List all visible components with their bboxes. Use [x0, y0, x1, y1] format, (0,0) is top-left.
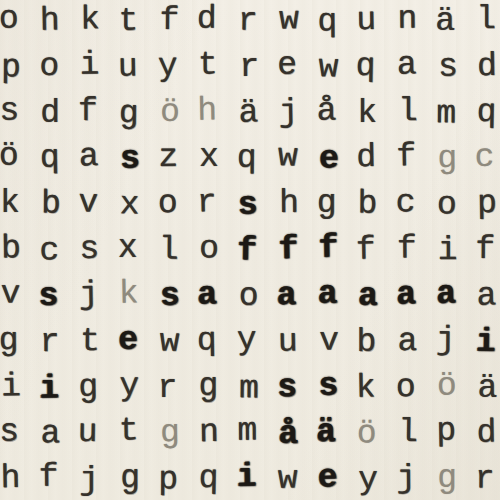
- grid-cell: t: [108, 0, 148, 45]
- grid-cell: e: [307, 455, 347, 500]
- grid-cell: f: [308, 225, 348, 272]
- grid-cell: ö: [0, 134, 29, 180]
- grid-cell: q: [227, 136, 267, 182]
- grid-cell: w: [308, 45, 348, 91]
- grid-cell: u: [68, 410, 108, 456]
- grid-cell: k: [109, 271, 149, 317]
- grid-cell: f: [268, 227, 308, 274]
- grid-cell: ä: [306, 410, 346, 456]
- grid-cell: h: [187, 88, 227, 135]
- grid-cell: a: [426, 271, 466, 317]
- typewriter-paper-background: ohktfdrwqunälpoiuytrewqasdsdfgöhäjåklmqö…: [0, 0, 500, 500]
- grid-cell: ö: [426, 363, 466, 409]
- grid-cell: r: [229, 45, 269, 91]
- grid-cell: c: [29, 228, 69, 274]
- grid-cell: s: [110, 137, 150, 183]
- grid-cell: g: [150, 411, 190, 457]
- grid-cell: j: [69, 457, 109, 500]
- grid-cell: c: [385, 180, 425, 226]
- grid-cell: j: [268, 89, 308, 136]
- grid-cell: ö: [150, 89, 190, 136]
- grid-cell: d: [467, 411, 500, 457]
- grid-cell: j: [425, 317, 465, 363]
- grid-cell: y: [147, 43, 187, 89]
- grid-cell: a: [266, 273, 306, 319]
- grid-cell: v: [0, 271, 30, 317]
- grid-cell: q: [307, 0, 347, 45]
- grid-cell: g: [427, 137, 467, 183]
- grid-cell: r: [228, 0, 268, 45]
- grid-cell: e: [308, 137, 348, 183]
- grid-cell: u: [346, 0, 386, 44]
- grid-cell: w: [267, 457, 307, 500]
- grid-cell: f: [346, 227, 386, 274]
- grid-cell: s: [150, 273, 190, 319]
- grid-cell: r: [465, 457, 500, 500]
- grid-cell: r: [148, 365, 188, 411]
- grid-cell: e: [267, 43, 307, 89]
- grid-cell: q: [29, 136, 69, 182]
- grid-cell: a: [348, 273, 388, 319]
- grid-cell: t: [109, 409, 149, 455]
- grid-cell: p: [0, 45, 31, 91]
- grid-cell: q: [346, 43, 386, 89]
- grid-cell: e: [108, 317, 148, 363]
- grid-cell: h: [29, 0, 69, 45]
- grid-cell: h: [0, 456, 31, 500]
- grid-cell: q: [189, 456, 229, 500]
- grid-cell: x: [189, 134, 229, 180]
- grid-cell: k: [347, 90, 387, 136]
- grid-cell: m: [227, 409, 267, 455]
- grid-cell: y: [227, 317, 267, 363]
- grid-cell: g: [427, 455, 467, 500]
- grid-cell: s: [0, 88, 29, 134]
- grid-cell: h: [269, 181, 309, 227]
- grid-cell: j: [386, 456, 426, 500]
- grid-cell: f: [465, 227, 500, 273]
- grid-cell: a: [387, 42, 427, 88]
- grid-cell: n: [387, 0, 427, 43]
- grid-cell: i: [29, 366, 69, 412]
- grid-cell: b: [348, 182, 388, 228]
- grid-cell: k: [346, 365, 386, 412]
- grid-cell: m: [229, 366, 269, 412]
- grid-cell: a: [386, 272, 426, 318]
- grid-cell: o: [426, 182, 466, 228]
- grid-cell: s: [28, 273, 68, 319]
- grid-cell: l: [149, 228, 189, 274]
- grid-cell: i: [428, 228, 468, 274]
- grid-cell: q: [187, 318, 227, 364]
- grid-cell: y: [348, 457, 388, 500]
- grid-cell: k: [70, 0, 110, 43]
- grid-cell: g: [188, 364, 228, 410]
- grid-cell: s: [267, 364, 307, 411]
- grid-cell: d: [467, 43, 500, 89]
- grid-cell: d: [30, 90, 70, 136]
- grid-cell: x: [108, 226, 148, 272]
- grid-cell: i: [0, 363, 31, 410]
- grid-cell: ä: [467, 365, 500, 411]
- grid-cell: a: [69, 134, 109, 180]
- grid-cell: o: [385, 364, 425, 411]
- grid-cell: f: [68, 89, 108, 135]
- grid-cell: t: [188, 42, 228, 88]
- grid-cell: p: [148, 457, 188, 500]
- grid-cell: y: [109, 363, 149, 409]
- grid-cell: i: [227, 454, 267, 500]
- grid-cell: å: [306, 88, 346, 134]
- grid-cell: s: [70, 227, 110, 273]
- grid-cell: z: [148, 135, 188, 181]
- grid-cell: c: [465, 135, 500, 181]
- grid-cell: g: [307, 180, 347, 226]
- grid-cell: v: [309, 318, 349, 364]
- grid-cell: w: [267, 134, 307, 180]
- grid-cell: r: [30, 320, 70, 366]
- grid-cell: å: [268, 411, 308, 457]
- grid-cell: u: [107, 44, 147, 90]
- grid-cell: u: [267, 319, 307, 365]
- grid-cell: i: [70, 42, 110, 88]
- grid-cell: a: [30, 412, 70, 458]
- grid-cell: ä: [228, 90, 268, 137]
- grid-cell: p: [426, 409, 466, 455]
- grid-cell: j: [69, 272, 109, 318]
- grid-cell: f: [387, 226, 427, 272]
- grid-cell: k: [0, 180, 30, 226]
- grid-cell: d: [346, 135, 386, 181]
- grid-cell: w: [269, 0, 309, 43]
- grid-cell: r: [187, 180, 227, 226]
- grid-cell: o: [229, 274, 269, 320]
- grid-cell: b: [347, 320, 387, 366]
- grid-cell: n: [189, 410, 229, 456]
- grid-cell: d: [187, 0, 227, 43]
- grid-cell: g: [109, 91, 149, 137]
- grid-cell: w: [149, 319, 189, 365]
- grid-cell: f: [149, 0, 189, 44]
- grid-cell: o: [0, 0, 29, 43]
- grid-cell: b: [31, 182, 71, 228]
- grid-cell: ä: [425, 0, 465, 45]
- grid-cell: ö: [347, 412, 387, 458]
- letter-grid: ohktfdrwqunälpoiuytrewqasdsdfgöhäjåklmqö…: [0, 0, 500, 500]
- grid-cell: x: [109, 182, 149, 228]
- grid-cell: a: [387, 319, 427, 365]
- grid-cell: t: [70, 319, 110, 365]
- grid-cell: g: [68, 364, 108, 411]
- grid-cell: b: [0, 226, 31, 273]
- grid-cell: v: [68, 180, 108, 226]
- grid-cell: o: [189, 226, 229, 273]
- grid-cell: a: [188, 272, 228, 318]
- grid-cell: s: [308, 363, 348, 410]
- grid-cell: a: [307, 271, 347, 317]
- grid-cell: m: [426, 91, 466, 137]
- grid-cell: s: [427, 44, 467, 90]
- grid-cell: g: [0, 318, 29, 364]
- grid-cell: l: [466, 0, 500, 43]
- grid-cell: s: [0, 410, 29, 456]
- grid-cell: q: [467, 89, 500, 136]
- grid-cell: o: [29, 43, 69, 89]
- grid-cell: l: [388, 89, 428, 135]
- grid-cell: g: [110, 455, 150, 500]
- grid-cell: s: [228, 182, 268, 228]
- grid-cell: f: [28, 455, 68, 500]
- grid-cell: p: [467, 181, 500, 227]
- grid-cell: o: [147, 181, 187, 227]
- grid-cell: a: [467, 273, 500, 319]
- grid-cell: f: [386, 134, 426, 180]
- grid-cell: i: [466, 319, 500, 365]
- grid-cell: l: [388, 410, 428, 456]
- grid-cell: f: [227, 228, 267, 275]
